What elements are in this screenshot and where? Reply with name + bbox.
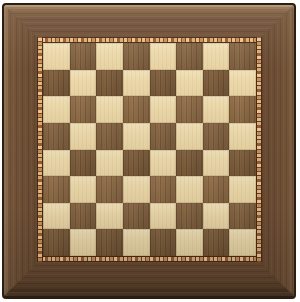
square-h5[interactable]	[229, 123, 256, 150]
square-e2[interactable]	[150, 203, 177, 230]
square-f2[interactable]	[176, 203, 203, 230]
square-f5[interactable]	[176, 123, 203, 150]
square-d8[interactable]	[123, 43, 150, 70]
square-f3[interactable]	[176, 176, 203, 203]
square-e4[interactable]	[150, 150, 177, 177]
square-d1[interactable]	[123, 229, 150, 256]
square-h4[interactable]	[229, 150, 256, 177]
square-g4[interactable]	[203, 150, 230, 177]
square-b3[interactable]	[70, 176, 97, 203]
square-g5[interactable]	[203, 123, 230, 150]
square-c7[interactable]	[96, 70, 123, 97]
square-c8[interactable]	[96, 43, 123, 70]
product-photo	[0, 0, 300, 302]
chess-board	[2, 3, 296, 299]
square-g2[interactable]	[203, 203, 230, 230]
square-e5[interactable]	[150, 123, 177, 150]
square-f7[interactable]	[176, 70, 203, 97]
square-a7[interactable]	[43, 70, 70, 97]
square-e1[interactable]	[150, 229, 177, 256]
square-e3[interactable]	[150, 176, 177, 203]
chess-board-grid	[43, 43, 256, 256]
square-e6[interactable]	[150, 96, 177, 123]
square-g7[interactable]	[203, 70, 230, 97]
square-h3[interactable]	[229, 176, 256, 203]
square-d7[interactable]	[123, 70, 150, 97]
square-b4[interactable]	[70, 150, 97, 177]
square-a1[interactable]	[43, 229, 70, 256]
square-d5[interactable]	[123, 123, 150, 150]
square-f4[interactable]	[176, 150, 203, 177]
square-e7[interactable]	[150, 70, 177, 97]
square-a2[interactable]	[43, 203, 70, 230]
square-c6[interactable]	[96, 96, 123, 123]
square-b7[interactable]	[70, 70, 97, 97]
square-d6[interactable]	[123, 96, 150, 123]
square-h1[interactable]	[229, 229, 256, 256]
inlay-border-bottom	[37, 256, 262, 262]
square-a6[interactable]	[43, 96, 70, 123]
square-d2[interactable]	[123, 203, 150, 230]
square-b1[interactable]	[70, 229, 97, 256]
square-b5[interactable]	[70, 123, 97, 150]
square-c1[interactable]	[96, 229, 123, 256]
square-f8[interactable]	[176, 43, 203, 70]
square-h2[interactable]	[229, 203, 256, 230]
square-b8[interactable]	[70, 43, 97, 70]
square-a5[interactable]	[43, 123, 70, 150]
square-f1[interactable]	[176, 229, 203, 256]
square-g3[interactable]	[203, 176, 230, 203]
square-c5[interactable]	[96, 123, 123, 150]
square-b6[interactable]	[70, 96, 97, 123]
square-g8[interactable]	[203, 43, 230, 70]
square-g1[interactable]	[203, 229, 230, 256]
square-d3[interactable]	[123, 176, 150, 203]
square-c2[interactable]	[96, 203, 123, 230]
square-h7[interactable]	[229, 70, 256, 97]
square-e8[interactable]	[150, 43, 177, 70]
square-d4[interactable]	[123, 150, 150, 177]
square-b2[interactable]	[70, 203, 97, 230]
square-g6[interactable]	[203, 96, 230, 123]
square-h6[interactable]	[229, 96, 256, 123]
square-c4[interactable]	[96, 150, 123, 177]
square-a3[interactable]	[43, 176, 70, 203]
square-f6[interactable]	[176, 96, 203, 123]
square-a4[interactable]	[43, 150, 70, 177]
square-h8[interactable]	[229, 43, 256, 70]
square-c3[interactable]	[96, 176, 123, 203]
square-a8[interactable]	[43, 43, 70, 70]
inlay-border-right	[256, 37, 262, 262]
